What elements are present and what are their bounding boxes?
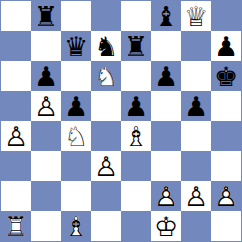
square-f8[interactable]: ♝ <box>151 1 181 31</box>
square-b5[interactable]: ♟♙ <box>31 91 61 121</box>
white-knight: ♞♘ <box>61 121 91 151</box>
square-a7[interactable] <box>1 31 31 61</box>
square-b2[interactable] <box>31 181 61 211</box>
square-h6[interactable]: ♚ <box>211 61 241 91</box>
square-g8[interactable]: ♛♕ <box>181 1 211 31</box>
square-f4[interactable] <box>151 121 181 151</box>
square-a3[interactable] <box>1 151 31 181</box>
white-knight: ♞♘ <box>91 61 121 91</box>
square-g5[interactable]: ♟ <box>181 91 211 121</box>
square-f2[interactable]: ♟♙ <box>151 181 181 211</box>
black-king: ♚ <box>211 61 241 91</box>
square-d7[interactable]: ♞ <box>91 31 121 61</box>
black-rook: ♜ <box>121 31 151 61</box>
black-pawn: ♟ <box>31 61 61 91</box>
square-f7[interactable] <box>151 31 181 61</box>
square-c8[interactable] <box>61 1 91 31</box>
square-c4[interactable]: ♞♘ <box>61 121 91 151</box>
square-g1[interactable] <box>181 211 211 241</box>
square-d1[interactable] <box>91 211 121 241</box>
square-b7[interactable] <box>31 31 61 61</box>
black-knight: ♞ <box>91 31 121 61</box>
square-f3[interactable] <box>151 151 181 181</box>
black-rook: ♜ <box>31 1 61 31</box>
square-g2[interactable]: ♟♙ <box>181 181 211 211</box>
square-a2[interactable] <box>1 181 31 211</box>
white-pawn: ♟♙ <box>1 121 31 151</box>
square-b3[interactable] <box>31 151 61 181</box>
square-e3[interactable] <box>121 151 151 181</box>
square-h1[interactable] <box>211 211 241 241</box>
black-pawn: ♟ <box>61 91 91 121</box>
square-h8[interactable] <box>211 1 241 31</box>
square-g3[interactable] <box>181 151 211 181</box>
square-c1[interactable]: ♝♗ <box>61 211 91 241</box>
square-a5[interactable] <box>1 91 31 121</box>
square-e7[interactable]: ♜ <box>121 31 151 61</box>
square-c6[interactable] <box>61 61 91 91</box>
square-b6[interactable]: ♟ <box>31 61 61 91</box>
white-queen: ♛♕ <box>181 1 211 31</box>
black-pawn: ♟ <box>151 61 181 91</box>
white-pawn: ♟♙ <box>151 181 181 211</box>
white-bishop: ♝♗ <box>61 211 91 241</box>
white-pawn: ♟♙ <box>31 91 61 121</box>
chess-board: ♜♝♛♕♛♞♜♟♟♞♘♟♚♟♙♟♟♟♟♙♞♘♝♗♟♙♟♙♟♙♟♙♜♖♝♗♚♔ <box>0 0 242 242</box>
square-f6[interactable]: ♟ <box>151 61 181 91</box>
black-pawn: ♟ <box>211 31 241 61</box>
square-g7[interactable] <box>181 31 211 61</box>
square-g6[interactable] <box>181 61 211 91</box>
square-d6[interactable]: ♞♘ <box>91 61 121 91</box>
square-d5[interactable] <box>91 91 121 121</box>
white-rook: ♜♖ <box>1 211 31 241</box>
white-bishop: ♝♗ <box>121 121 151 151</box>
white-pawn: ♟♙ <box>181 181 211 211</box>
square-f5[interactable] <box>151 91 181 121</box>
square-e6[interactable] <box>121 61 151 91</box>
square-g4[interactable] <box>181 121 211 151</box>
square-c7[interactable]: ♛ <box>61 31 91 61</box>
square-b4[interactable] <box>31 121 61 151</box>
square-b8[interactable]: ♜ <box>31 1 61 31</box>
square-a4[interactable]: ♟♙ <box>1 121 31 151</box>
square-e1[interactable] <box>121 211 151 241</box>
square-d2[interactable] <box>91 181 121 211</box>
square-h5[interactable] <box>211 91 241 121</box>
square-d3[interactable]: ♟♙ <box>91 151 121 181</box>
square-a8[interactable] <box>1 1 31 31</box>
white-king: ♚♔ <box>151 211 181 241</box>
square-h7[interactable]: ♟ <box>211 31 241 61</box>
square-e2[interactable] <box>121 181 151 211</box>
white-pawn: ♟♙ <box>211 181 241 211</box>
black-bishop: ♝ <box>151 1 181 31</box>
square-c2[interactable] <box>61 181 91 211</box>
square-a1[interactable]: ♜♖ <box>1 211 31 241</box>
square-h4[interactable] <box>211 121 241 151</box>
square-c5[interactable]: ♟ <box>61 91 91 121</box>
black-pawn: ♟ <box>181 91 211 121</box>
square-c3[interactable] <box>61 151 91 181</box>
square-d8[interactable] <box>91 1 121 31</box>
square-e8[interactable] <box>121 1 151 31</box>
white-pawn: ♟♙ <box>91 151 121 181</box>
square-a6[interactable] <box>1 61 31 91</box>
square-d4[interactable] <box>91 121 121 151</box>
black-queen: ♛ <box>61 31 91 61</box>
square-h2[interactable]: ♟♙ <box>211 181 241 211</box>
square-f1[interactable]: ♚♔ <box>151 211 181 241</box>
black-pawn: ♟ <box>121 91 151 121</box>
square-e5[interactable]: ♟ <box>121 91 151 121</box>
square-e4[interactable]: ♝♗ <box>121 121 151 151</box>
square-h3[interactable] <box>211 151 241 181</box>
square-b1[interactable] <box>31 211 61 241</box>
